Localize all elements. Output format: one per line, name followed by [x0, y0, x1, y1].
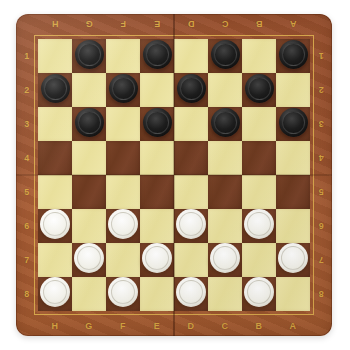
square-b2[interactable] [242, 73, 276, 107]
square-h5[interactable] [38, 175, 72, 209]
square-g7[interactable] [72, 243, 106, 277]
square-a5[interactable] [276, 175, 310, 209]
file-label-bottom-d: D [174, 315, 208, 336]
square-h8[interactable] [38, 277, 72, 311]
checker-light-man[interactable] [142, 243, 172, 273]
file-label-bottom-g: G [72, 315, 106, 336]
square-a6[interactable] [276, 209, 310, 243]
file-label-top-g: G [72, 14, 106, 35]
square-f2[interactable] [106, 73, 140, 107]
rank-label-right-6: 6 [310, 209, 332, 243]
square-c1[interactable] [208, 39, 242, 73]
checker-dark-man[interactable] [279, 108, 308, 137]
rank-label-right-2: 2 [310, 73, 332, 107]
square-e8[interactable] [140, 277, 174, 311]
checker-dark-man[interactable] [75, 40, 104, 69]
checker-light-man[interactable] [278, 243, 308, 273]
file-label-bottom-a: A [276, 315, 310, 336]
square-d2[interactable] [174, 73, 208, 107]
square-a3[interactable] [276, 107, 310, 141]
square-g2[interactable] [72, 73, 106, 107]
rank-label-left-7: 7 [16, 243, 38, 277]
square-g8[interactable] [72, 277, 106, 311]
square-d6[interactable] [174, 209, 208, 243]
square-e4[interactable] [140, 141, 174, 175]
square-d5[interactable] [174, 175, 208, 209]
square-f6[interactable] [106, 209, 140, 243]
square-d3[interactable] [174, 107, 208, 141]
square-b1[interactable] [242, 39, 276, 73]
file-label-bottom-c: C [208, 315, 242, 336]
square-h4[interactable] [38, 141, 72, 175]
checker-dark-man[interactable] [279, 40, 308, 69]
checker-dark-man[interactable] [109, 74, 138, 103]
square-d8[interactable] [174, 277, 208, 311]
square-g1[interactable] [72, 39, 106, 73]
square-c5[interactable] [208, 175, 242, 209]
square-c7[interactable] [208, 243, 242, 277]
rank-label-right-8: 8 [310, 277, 332, 311]
rank-label-left-2: 2 [16, 73, 38, 107]
square-a7[interactable] [276, 243, 310, 277]
square-h7[interactable] [38, 243, 72, 277]
file-label-top-b: B [242, 14, 276, 35]
checker-dark-man[interactable] [211, 108, 240, 137]
square-e1[interactable] [140, 39, 174, 73]
rank-label-right-4: 4 [310, 141, 332, 175]
square-g6[interactable] [72, 209, 106, 243]
photo-stage: HGFEDCBA HGFEDCBA 12345678 12345678 [0, 0, 350, 350]
checker-light-man[interactable] [74, 243, 104, 273]
file-labels-bottom: HGFEDCBA [38, 315, 310, 336]
file-label-top-f: F [106, 14, 140, 35]
square-h2[interactable] [38, 73, 72, 107]
file-label-bottom-f: F [106, 315, 140, 336]
square-e7[interactable] [140, 243, 174, 277]
checker-light-man[interactable] [108, 277, 138, 307]
file-label-top-e: E [140, 14, 174, 35]
rank-label-left-1: 1 [16, 39, 38, 73]
square-f3[interactable] [106, 107, 140, 141]
rank-label-left-3: 3 [16, 107, 38, 141]
square-b4[interactable] [242, 141, 276, 175]
square-c2[interactable] [208, 73, 242, 107]
rank-label-left-6: 6 [16, 209, 38, 243]
square-a2[interactable] [276, 73, 310, 107]
square-h3[interactable] [38, 107, 72, 141]
checker-dark-man[interactable] [41, 74, 70, 103]
checker-dark-man[interactable] [177, 74, 206, 103]
rank-label-right-5: 5 [310, 175, 332, 209]
square-d7[interactable] [174, 243, 208, 277]
square-c6[interactable] [208, 209, 242, 243]
checker-light-man[interactable] [244, 277, 274, 307]
square-c4[interactable] [208, 141, 242, 175]
square-a1[interactable] [276, 39, 310, 73]
rank-labels-right: 12345678 [310, 39, 332, 311]
square-f7[interactable] [106, 243, 140, 277]
checker-dark-man[interactable] [75, 108, 104, 137]
checker-light-man[interactable] [176, 209, 206, 239]
checker-light-man[interactable] [244, 209, 274, 239]
square-d1[interactable] [174, 39, 208, 73]
square-e3[interactable] [140, 107, 174, 141]
file-label-bottom-e: E [140, 315, 174, 336]
square-h6[interactable] [38, 209, 72, 243]
file-label-top-d: D [174, 14, 208, 35]
square-b6[interactable] [242, 209, 276, 243]
square-g4[interactable] [72, 141, 106, 175]
rank-label-right-3: 3 [310, 107, 332, 141]
checker-light-man[interactable] [40, 209, 70, 239]
square-c8[interactable] [208, 277, 242, 311]
square-f8[interactable] [106, 277, 140, 311]
checker-light-man[interactable] [108, 209, 138, 239]
square-h1[interactable] [38, 39, 72, 73]
square-b8[interactable] [242, 277, 276, 311]
file-labels-top: HGFEDCBA [38, 14, 310, 35]
board-grid [38, 39, 310, 311]
checkers-board: HGFEDCBA HGFEDCBA 12345678 12345678 [16, 14, 332, 336]
checker-dark-man[interactable] [245, 74, 274, 103]
square-b5[interactable] [242, 175, 276, 209]
square-a4[interactable] [276, 141, 310, 175]
rank-labels-left: 12345678 [16, 39, 38, 311]
checker-dark-man[interactable] [211, 40, 240, 69]
square-b3[interactable] [242, 107, 276, 141]
checker-light-man[interactable] [210, 243, 240, 273]
checker-dark-man[interactable] [143, 40, 172, 69]
file-label-top-c: C [208, 14, 242, 35]
square-e6[interactable] [140, 209, 174, 243]
square-b7[interactable] [242, 243, 276, 277]
square-e5[interactable] [140, 175, 174, 209]
square-f5[interactable] [106, 175, 140, 209]
square-e2[interactable] [140, 73, 174, 107]
square-f4[interactable] [106, 141, 140, 175]
square-c3[interactable] [208, 107, 242, 141]
square-f1[interactable] [106, 39, 140, 73]
file-label-bottom-h: H [38, 315, 72, 336]
checker-dark-man[interactable] [143, 108, 172, 137]
checker-light-man[interactable] [40, 277, 70, 307]
rank-label-left-4: 4 [16, 141, 38, 175]
square-a8[interactable] [276, 277, 310, 311]
square-d4[interactable] [174, 141, 208, 175]
rank-label-right-7: 7 [310, 243, 332, 277]
file-label-top-a: A [276, 14, 310, 35]
file-label-bottom-b: B [242, 315, 276, 336]
square-g3[interactable] [72, 107, 106, 141]
file-label-top-h: H [38, 14, 72, 35]
checker-light-man[interactable] [176, 277, 206, 307]
rank-label-right-1: 1 [310, 39, 332, 73]
rank-label-left-5: 5 [16, 175, 38, 209]
square-g5[interactable] [72, 175, 106, 209]
rank-label-left-8: 8 [16, 277, 38, 311]
